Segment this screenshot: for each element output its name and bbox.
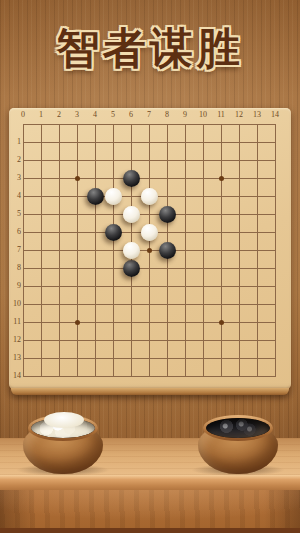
black-stone-6-3[interactable] [123,170,140,187]
board: 012345678910111213141234567891011121314 [9,108,291,389]
black-stone-8-5[interactable] [159,206,176,223]
row-label-1: 1 [10,137,21,147]
column-label-1: 1 [32,110,50,120]
row-label-6: 6 [10,227,21,237]
row-label-3: 3 [10,173,21,183]
app-title: 智者谋胜 [0,22,300,74]
row-label-7: 7 [10,245,21,255]
black-stone-8-7[interactable] [159,242,176,259]
black-stone-pile [206,418,270,438]
column-label-7: 7 [140,110,158,120]
column-label-4: 4 [86,110,104,120]
row-label-2: 2 [10,155,21,165]
row-label-11: 11 [10,317,21,327]
star-point-3-3 [75,176,80,181]
row-label-8: 8 [10,263,21,273]
column-label-13: 13 [248,110,266,120]
row-label-9: 9 [10,281,21,291]
column-label-6: 6 [122,110,140,120]
white-stone-6-7[interactable] [123,242,140,259]
row-label-4: 4 [10,191,21,201]
white-stone-7-6[interactable] [141,224,158,241]
white-stone-5-4[interactable] [105,188,122,205]
bowl-opening [206,418,270,438]
table-front-edge [0,475,300,490]
column-label-9: 9 [176,110,194,120]
star-point-11-3 [219,176,224,181]
column-label-10: 10 [194,110,212,120]
column-label-11: 11 [212,110,230,120]
black-stones-bowl [198,415,278,474]
column-label-0: 0 [14,110,32,120]
table-front-panel [0,490,300,528]
column-label-3: 3 [68,110,86,120]
black-stone-5-6[interactable] [105,224,122,241]
column-label-5: 5 [104,110,122,120]
black-stone-6-8[interactable] [123,260,140,277]
black-stone-4-4[interactable] [87,188,104,205]
column-label-8: 8 [158,110,176,120]
row-label-14: 14 [10,371,21,381]
row-label-5: 5 [10,209,21,219]
white-stone-7-4[interactable] [141,188,158,205]
table-bottom-strip [0,528,300,533]
white-stones-bowl [23,415,103,474]
row-label-12: 12 [10,335,21,345]
column-label-2: 2 [50,110,68,120]
white-stone-pile-bump [44,412,84,428]
row-label-13: 13 [10,353,21,363]
star-point-11-11 [219,320,224,325]
column-label-12: 12 [230,110,248,120]
star-point-3-11 [75,320,80,325]
bowl-rim [203,415,273,441]
app-screen: 智者谋胜 01234567891011121314123456789101112… [0,0,300,533]
star-point-7-7 [147,248,152,253]
white-stone-6-5[interactable] [123,206,140,223]
row-label-10: 10 [10,299,21,309]
bowl-rim [28,415,98,441]
column-label-14: 14 [266,110,284,120]
